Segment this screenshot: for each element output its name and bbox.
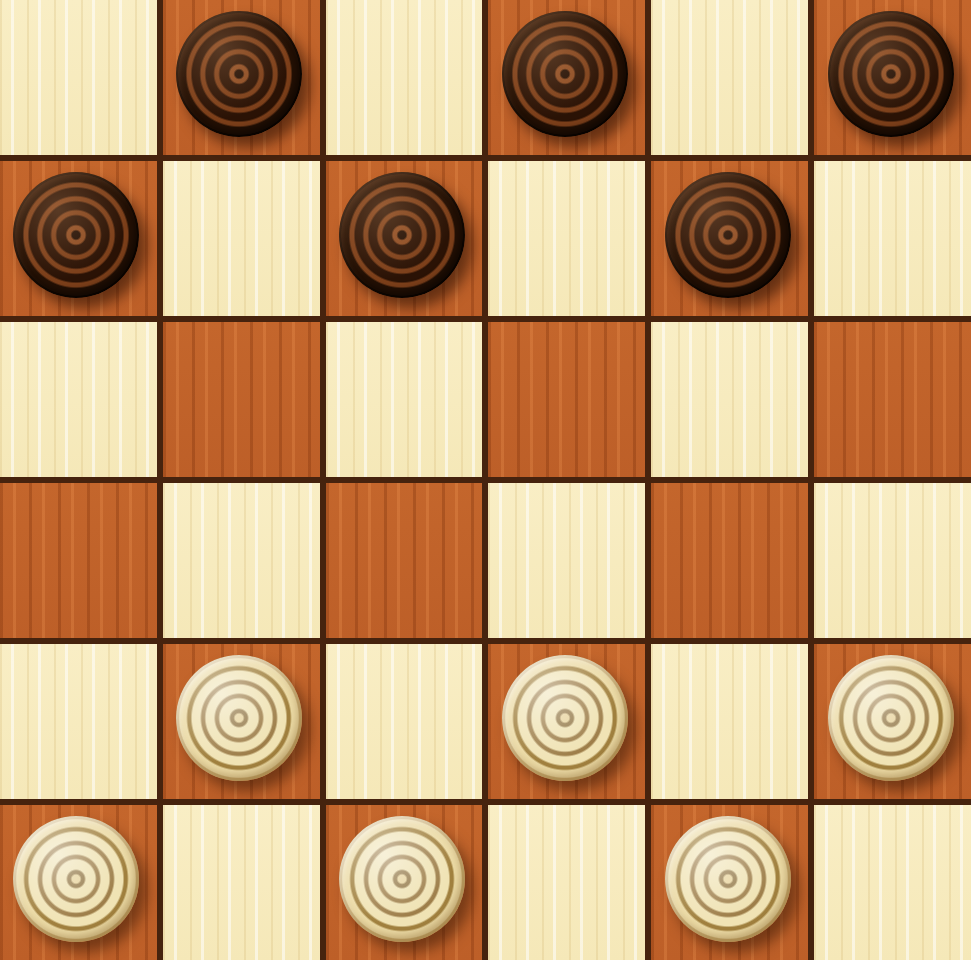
board-square-light xyxy=(651,322,808,477)
board-square-light xyxy=(0,644,157,799)
board-square-dark[interactable] xyxy=(326,805,483,960)
board-square-dark[interactable] xyxy=(488,322,645,477)
board-square-light xyxy=(488,805,645,960)
board-square-dark[interactable] xyxy=(0,483,157,638)
board-square-dark[interactable] xyxy=(488,0,645,155)
checker-piece-light[interactable] xyxy=(828,655,954,781)
board-square-light xyxy=(163,805,320,960)
checker-piece-dark[interactable] xyxy=(13,172,139,298)
checker-piece-light[interactable] xyxy=(339,816,465,942)
checker-piece-light[interactable] xyxy=(502,655,628,781)
board-square-dark[interactable] xyxy=(651,483,808,638)
board-square-light xyxy=(326,322,483,477)
board-square-dark[interactable] xyxy=(814,0,971,155)
checker-piece-dark[interactable] xyxy=(339,172,465,298)
board-square-dark[interactable] xyxy=(163,0,320,155)
checker-piece-light[interactable] xyxy=(13,816,139,942)
board-square-light xyxy=(814,483,971,638)
board-square-light xyxy=(488,161,645,316)
checker-piece-dark[interactable] xyxy=(502,11,628,137)
board-square-dark[interactable] xyxy=(326,161,483,316)
board-square-dark[interactable] xyxy=(163,322,320,477)
board-square-light xyxy=(814,805,971,960)
checker-piece-dark[interactable] xyxy=(828,11,954,137)
board-square-dark[interactable] xyxy=(814,644,971,799)
checker-piece-dark[interactable] xyxy=(665,172,791,298)
board-square-light xyxy=(488,483,645,638)
board-square-light xyxy=(651,644,808,799)
board-square-light xyxy=(814,161,971,316)
board-square-light xyxy=(0,322,157,477)
checker-piece-light[interactable] xyxy=(176,655,302,781)
checkers-board xyxy=(0,0,971,960)
checker-piece-dark[interactable] xyxy=(176,11,302,137)
board-square-dark[interactable] xyxy=(488,644,645,799)
board-square-light xyxy=(163,483,320,638)
board-square-light xyxy=(326,644,483,799)
board-square-dark[interactable] xyxy=(814,322,971,477)
board-square-light xyxy=(651,0,808,155)
board-square-dark[interactable] xyxy=(0,805,157,960)
board-square-dark[interactable] xyxy=(163,644,320,799)
checker-piece-light[interactable] xyxy=(665,816,791,942)
board-square-dark[interactable] xyxy=(0,161,157,316)
board-square-light xyxy=(163,161,320,316)
board-square-dark[interactable] xyxy=(651,805,808,960)
board-square-light xyxy=(326,0,483,155)
board-square-dark[interactable] xyxy=(326,483,483,638)
board-square-light xyxy=(0,0,157,155)
board-square-dark[interactable] xyxy=(651,161,808,316)
